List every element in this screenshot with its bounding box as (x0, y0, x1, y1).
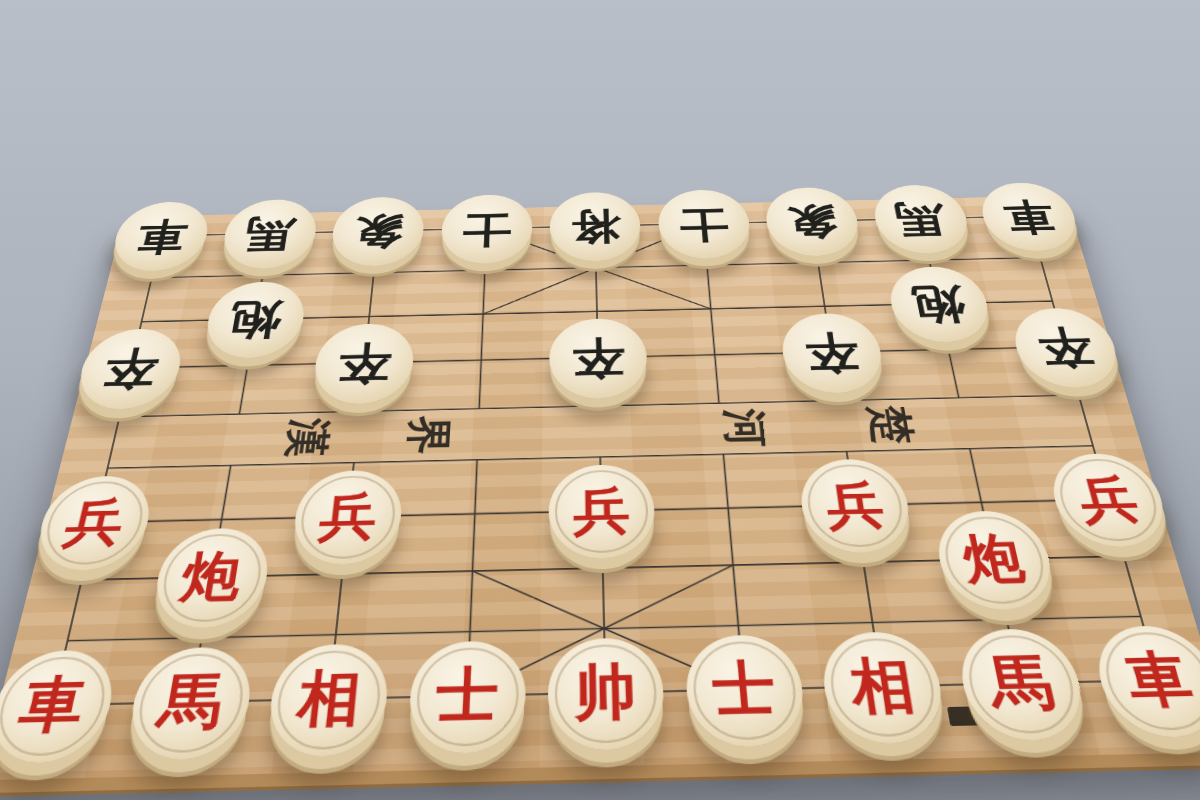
piece-glyph: 士 (711, 659, 778, 720)
board-point: 卒 (303, 338, 425, 388)
board-point (273, 543, 409, 605)
board-point (776, 375, 903, 427)
piece-glyph: 象 (352, 212, 405, 250)
board-point (760, 240, 878, 285)
piece-glyph: 相 (847, 656, 918, 717)
board-point (666, 535, 801, 597)
board-point: 象 (755, 200, 870, 243)
board-point: 馬 (945, 649, 1097, 718)
board-point: 卒 (66, 343, 194, 393)
board-point (979, 235, 1102, 280)
board-point (1013, 369, 1147, 421)
piece-glyph: 馬 (892, 200, 949, 238)
piece-glyph: 卒 (336, 341, 393, 385)
piece-glyph: 兵 (573, 485, 631, 537)
piece-glyph: 相 (294, 669, 362, 731)
board-point: 車 (0, 671, 128, 741)
piece-glyph: 兵 (823, 480, 887, 532)
board-point: 士 (673, 655, 817, 724)
board-point (409, 485, 538, 543)
board-point (540, 245, 652, 290)
piece-glyph: 車 (14, 675, 90, 737)
piece-glyph: 象 (785, 202, 839, 240)
board-point: 馬 (115, 668, 264, 738)
board-point: 兵 (24, 494, 164, 553)
board-point (53, 391, 185, 444)
board-point: 車 (102, 214, 220, 257)
board-point (417, 383, 539, 436)
board-point (537, 538, 669, 600)
board-point (421, 335, 540, 385)
board-point: 兵 (281, 488, 413, 547)
board-point (9, 549, 153, 611)
board-point: 兵 (1038, 471, 1180, 529)
board-point: 兵 (538, 482, 666, 540)
piece-glyph: 車 (999, 198, 1058, 236)
board-point: 馬 (211, 212, 326, 255)
board-point (539, 380, 661, 432)
board-point (655, 330, 776, 380)
board-point (650, 243, 765, 288)
board-point: 車 (969, 195, 1089, 238)
board-point: 帅 (536, 659, 676, 728)
piece-glyph: 兵 (60, 497, 129, 549)
board-point (405, 541, 538, 603)
piece-glyph: 帅 (574, 662, 637, 723)
piece-glyph: 馬 (242, 215, 297, 253)
board-point: 炮 (194, 296, 315, 344)
board-point: 卒 (770, 328, 894, 378)
piece-grid: 車馬象士将士象馬車炮炮卒卒卒卒卒兵兵兵兵兵炮炮車馬相士帅士相馬車 (0, 195, 1200, 741)
board-scene: 漢 界 河 楚 車馬象士将士象馬車炮炮卒卒卒卒卒兵兵兵兵兵炮炮車馬相士帅士相馬車 (55, 114, 1145, 778)
board-point (660, 427, 788, 482)
board-point (795, 532, 934, 594)
piece-glyph: 車 (132, 217, 189, 255)
board-point: 兵 (788, 477, 923, 535)
board-point: 炮 (141, 546, 281, 608)
board-point (903, 421, 1037, 476)
board-point (184, 341, 309, 391)
piece-glyph: 卒 (802, 330, 861, 374)
piece-glyph: 兵 (317, 491, 379, 543)
board-point (658, 377, 782, 429)
piece-glyph: 炮 (909, 283, 969, 325)
photo-stage: 漢 界 河 楚 車馬象士将士象馬車炮炮卒卒卒卒卒兵兵兵兵兵炮炮車馬相士帅士相馬車 (0, 0, 1200, 800)
piece-glyph: 士 (435, 665, 500, 727)
board-point: 相 (255, 665, 400, 734)
board-point (886, 325, 1013, 375)
board-point (296, 385, 421, 438)
board-point (424, 291, 540, 339)
piece-glyph: 馬 (983, 653, 1058, 714)
xiangqi-board: 漢 界 河 楚 車馬象士将士象馬車炮炮卒卒卒卒卒兵兵兵兵兵炮炮車馬相士帅士相馬車 (0, 195, 1200, 780)
board-point: 相 (809, 652, 957, 721)
board-point (653, 285, 771, 332)
board-point: 卒 (539, 333, 657, 383)
board-point (1052, 526, 1199, 587)
board-point: 士 (396, 662, 537, 731)
board-point: 士 (648, 202, 760, 245)
board-point: 象 (321, 210, 434, 253)
piece-glyph: 卒 (99, 346, 161, 390)
piece-glyph: 兵 (1073, 474, 1144, 525)
piece-glyph: 炮 (959, 532, 1029, 586)
piece-glyph: 士 (461, 210, 511, 248)
board-point (174, 388, 302, 441)
board-point: 炮 (923, 529, 1066, 590)
piece-glyph: 車 (1120, 650, 1199, 711)
board-point: 馬 (862, 197, 979, 240)
board-point (315, 250, 431, 295)
piece-glyph: 将 (571, 207, 621, 245)
piece-glyph: 馬 (154, 672, 226, 734)
piece-glyph: 炮 (226, 298, 284, 340)
piece-glyph: 炮 (178, 550, 246, 605)
board-point (428, 248, 541, 293)
piece-glyph: 卒 (572, 336, 625, 380)
board-point (90, 255, 211, 300)
piece-glyph: 卒 (1033, 325, 1097, 369)
piece-glyph: 士 (678, 205, 730, 243)
board-point: 炮 (878, 280, 1002, 327)
board-point: 将 (541, 205, 651, 248)
board-point (663, 479, 794, 537)
board-point (894, 372, 1025, 424)
board-point (414, 432, 539, 487)
board-point: 卒 (1001, 322, 1131, 372)
board-point: 車 (1081, 646, 1200, 715)
board-point (164, 438, 296, 494)
board-point: 士 (431, 207, 541, 250)
